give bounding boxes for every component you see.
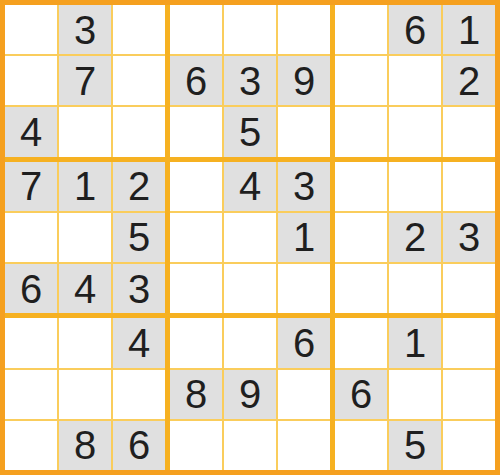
cell-r4c1[interactable]: 7 [5,162,57,211]
cell-r6c9[interactable] [443,264,495,313]
cell-r3c6[interactable] [278,107,330,156]
cell-r5c6[interactable]: 1 [278,213,330,262]
cell-r2c1[interactable] [5,56,57,105]
cell-r3c7[interactable] [335,107,387,156]
cell-r1c1[interactable] [5,5,57,54]
cell-r1c8[interactable]: 6 [389,5,441,54]
cell-r4c4[interactable] [170,162,222,211]
cell-r2c2[interactable]: 7 [59,56,111,105]
cell-r8c5[interactable]: 9 [224,370,276,419]
cell-r2c9[interactable]: 2 [443,56,495,105]
cell-r6c8[interactable] [389,264,441,313]
cell-r9c6[interactable] [278,421,330,470]
cell-r7c3[interactable]: 4 [113,318,165,367]
cell-r2c7[interactable] [335,56,387,105]
cell-r3c3[interactable] [113,107,165,156]
cell-r8c2[interactable] [59,370,111,419]
cell-r5c2[interactable] [59,213,111,262]
cell-r9c9[interactable] [443,421,495,470]
box-r2c1: 7125643 [5,162,165,314]
box-r1c1: 374 [5,5,165,157]
cell-r2c8[interactable] [389,56,441,105]
cell-r9c8[interactable]: 5 [389,421,441,470]
cell-r8c4[interactable]: 8 [170,370,222,419]
cell-r5c3[interactable]: 5 [113,213,165,262]
box-r3c3: 165 [335,318,495,470]
cell-r7c5[interactable] [224,318,276,367]
cell-r8c6[interactable] [278,370,330,419]
cell-r3c2[interactable] [59,107,111,156]
cell-r7c9[interactable] [443,318,495,367]
cell-r2c3[interactable] [113,56,165,105]
cell-r6c4[interactable] [170,264,222,313]
cell-r6c5[interactable] [224,264,276,313]
cell-r2c4[interactable]: 6 [170,56,222,105]
cell-r7c1[interactable] [5,318,57,367]
cell-r1c3[interactable] [113,5,165,54]
cell-r9c4[interactable] [170,421,222,470]
box-r2c2: 431 [170,162,330,314]
cell-r7c6[interactable]: 6 [278,318,330,367]
cell-r3c9[interactable] [443,107,495,156]
box-r3c1: 486 [5,318,165,470]
cell-r1c2[interactable]: 3 [59,5,111,54]
box-r1c3: 612 [335,5,495,157]
cell-r8c9[interactable] [443,370,495,419]
cell-r6c1[interactable]: 6 [5,264,57,313]
cell-r4c6[interactable]: 3 [278,162,330,211]
cell-r6c6[interactable] [278,264,330,313]
cell-r4c7[interactable] [335,162,387,211]
cell-r7c7[interactable] [335,318,387,367]
box-r2c3: 23 [335,162,495,314]
cell-r8c3[interactable] [113,370,165,419]
cell-r1c5[interactable] [224,5,276,54]
cell-r2c5[interactable]: 3 [224,56,276,105]
cell-r9c1[interactable] [5,421,57,470]
cell-r4c8[interactable] [389,162,441,211]
cell-r1c4[interactable] [170,5,222,54]
cell-r6c7[interactable] [335,264,387,313]
cell-r3c4[interactable] [170,107,222,156]
cell-r4c5[interactable]: 4 [224,162,276,211]
cell-r4c2[interactable]: 1 [59,162,111,211]
cell-r6c2[interactable]: 4 [59,264,111,313]
cell-r5c7[interactable] [335,213,387,262]
cell-r6c3[interactable]: 3 [113,264,165,313]
cell-r8c7[interactable]: 6 [335,370,387,419]
cell-r4c9[interactable] [443,162,495,211]
cell-r8c8[interactable] [389,370,441,419]
cell-r9c3[interactable]: 6 [113,421,165,470]
cell-r7c4[interactable] [170,318,222,367]
cell-r1c7[interactable] [335,5,387,54]
cell-r1c9[interactable]: 1 [443,5,495,54]
cell-r5c5[interactable] [224,213,276,262]
box-r3c2: 689 [170,318,330,470]
cell-r9c2[interactable]: 8 [59,421,111,470]
cell-r9c7[interactable] [335,421,387,470]
cell-r9c5[interactable] [224,421,276,470]
cell-r7c8[interactable]: 1 [389,318,441,367]
cell-r4c3[interactable]: 2 [113,162,165,211]
cell-r8c1[interactable] [5,370,57,419]
cell-r7c2[interactable] [59,318,111,367]
sudoku-board: 3746395612712564343123486689165 [0,0,500,475]
cell-r5c1[interactable] [5,213,57,262]
box-r1c2: 6395 [170,5,330,157]
cell-r5c4[interactable] [170,213,222,262]
cell-r5c9[interactable]: 3 [443,213,495,262]
cell-r3c1[interactable]: 4 [5,107,57,156]
cell-r5c8[interactable]: 2 [389,213,441,262]
cell-r2c6[interactable]: 9 [278,56,330,105]
cell-r3c8[interactable] [389,107,441,156]
cell-r1c6[interactable] [278,5,330,54]
cell-r3c5[interactable]: 5 [224,107,276,156]
